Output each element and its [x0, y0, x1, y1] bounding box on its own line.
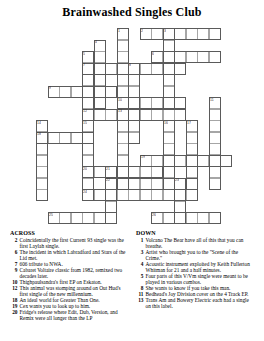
grid-cell[interactable]	[151, 51, 163, 63]
down-clue-column: DOWN 1Volcano The Bear have all of this …	[136, 229, 254, 341]
grid-cell[interactable]	[117, 51, 129, 63]
grid-cell[interactable]	[128, 86, 140, 98]
grid-cell[interactable]	[59, 86, 71, 98]
grid-cell[interactable]	[163, 120, 175, 132]
grid-cell[interactable]	[140, 166, 152, 178]
grid-cell[interactable]	[128, 120, 140, 132]
clue-item: 9Cabaret Voltaire classic from 1982, rem…	[10, 267, 128, 279]
grid-cell[interactable]	[82, 155, 94, 167]
grid-cell[interactable]	[82, 109, 94, 121]
grid-cell[interactable]	[82, 166, 94, 178]
grid-cell[interactable]	[186, 132, 198, 144]
grid-cell[interactable]	[197, 212, 209, 224]
grid-cell[interactable]	[151, 97, 163, 109]
grid-cell[interactable]	[174, 212, 186, 224]
grid-cell[interactable]	[117, 109, 129, 121]
grid-cell[interactable]	[163, 166, 175, 178]
grid-cell[interactable]	[163, 109, 175, 121]
grid-cell[interactable]	[163, 189, 175, 201]
grid-cell[interactable]	[209, 51, 221, 63]
grid-cell[interactable]	[94, 97, 106, 109]
clue-item: 13Trans Am and Bowery Electric each had …	[136, 297, 254, 309]
clue-number: 12	[10, 285, 20, 297]
grid-cell[interactable]	[82, 51, 94, 63]
grid-cell[interactable]	[117, 189, 129, 201]
grid-cell[interactable]	[209, 212, 221, 224]
grid-cell[interactable]	[105, 201, 117, 213]
grid-cell[interactable]	[36, 166, 48, 178]
grid-cell[interactable]	[209, 155, 221, 167]
grid-cell[interactable]	[48, 212, 60, 224]
grid-cell[interactable]	[128, 132, 140, 144]
grid-cell[interactable]	[82, 189, 94, 201]
clue-number: 4	[136, 261, 146, 273]
grid-cell[interactable]	[82, 178, 94, 190]
grid-cell[interactable]	[117, 74, 129, 86]
grid-cell[interactable]	[151, 212, 163, 224]
grid-cell[interactable]	[197, 51, 209, 63]
grid-cell[interactable]	[94, 189, 106, 201]
clue-item: 1Volcano The Bear have all of this that …	[136, 237, 254, 249]
grid-cell[interactable]	[48, 86, 60, 98]
clue-text: Cabaret Voltaire classic from 1982, remi…	[20, 267, 129, 279]
grid-cell[interactable]	[128, 97, 140, 109]
grid-cell[interactable]	[174, 51, 186, 63]
clue-item: 20Fridge's release where Edit, Dub, Vers…	[10, 309, 128, 321]
grid-cell[interactable]	[117, 28, 129, 40]
grid-cell[interactable]	[71, 212, 83, 224]
grid-cell[interactable]	[36, 189, 48, 201]
grid-cell[interactable]	[209, 28, 221, 40]
grid-cell[interactable]	[82, 86, 94, 98]
grid-cell[interactable]	[174, 109, 186, 121]
grid-cell[interactable]	[94, 40, 106, 52]
grid-cell[interactable]	[140, 97, 152, 109]
clues-section: ACROSS 2Coincidentally the first Current…	[10, 229, 254, 341]
grid-cell[interactable]	[163, 86, 175, 98]
grid-cell[interactable]	[163, 51, 175, 63]
grid-cell[interactable]	[186, 143, 198, 155]
grid-cell[interactable]	[140, 28, 152, 40]
clue-text: The incident in which Labradford and Sta…	[20, 249, 129, 261]
grid-cell[interactable]	[174, 178, 186, 190]
grid-cell[interactable]	[174, 155, 186, 167]
grid-cell[interactable]	[140, 155, 152, 167]
grid-cell[interactable]	[117, 178, 129, 190]
grid-cell[interactable]	[36, 143, 48, 155]
grid-cell[interactable]	[128, 63, 140, 75]
grid-cell[interactable]	[94, 63, 106, 75]
grid-cell[interactable]	[82, 143, 94, 155]
grid-cell[interactable]	[82, 63, 94, 75]
clue-item: 4Acoustic instrument exploited by Keith …	[136, 261, 254, 273]
clue-number: 9	[10, 267, 20, 279]
grid-cell[interactable]	[94, 86, 106, 98]
clue-item: 3Artist who brought you to the "Scene of…	[136, 249, 254, 261]
grid-cell[interactable]	[220, 155, 232, 167]
grid-cell[interactable]	[163, 178, 175, 190]
grid-cell[interactable]	[163, 155, 175, 167]
across-clue-column: ACROSS 2Coincidentally the first Current…	[10, 229, 128, 341]
grid-cell[interactable]	[94, 51, 106, 63]
grid-cell[interactable]	[94, 74, 106, 86]
grid-cell[interactable]	[151, 63, 163, 75]
grid-cell[interactable]	[151, 178, 163, 190]
grid-cell[interactable]	[163, 28, 175, 40]
grid-cell[interactable]	[59, 132, 71, 144]
page-title: Brainwashed Singles Club	[0, 5, 264, 20]
grid-cell[interactable]	[151, 189, 163, 201]
grid-cell[interactable]	[36, 178, 48, 190]
grid-cell[interactable]	[82, 120, 94, 132]
grid-cell[interactable]	[128, 109, 140, 121]
grid-cell[interactable]	[117, 86, 129, 98]
grid-cell[interactable]	[94, 109, 106, 121]
grid-cell[interactable]	[174, 28, 186, 40]
grid-cell[interactable]	[128, 166, 140, 178]
grid-cell[interactable]	[128, 74, 140, 86]
grid-cell[interactable]	[94, 212, 106, 224]
clue-item: 12This animal was stomping around on Out…	[10, 285, 128, 297]
grid-cell[interactable]	[209, 109, 221, 121]
grid-cell[interactable]	[174, 201, 186, 213]
grid-cell[interactable]	[105, 109, 117, 121]
grid-cell[interactable]	[82, 132, 94, 144]
grid-cell[interactable]	[117, 63, 129, 75]
grid-cell[interactable]	[59, 212, 71, 224]
grid-cell[interactable]	[140, 178, 152, 190]
grid-cell[interactable]	[71, 132, 83, 144]
grid-cell[interactable]	[117, 120, 129, 132]
across-clue-list: 2Coincidentally the first Current 93 sin…	[10, 237, 128, 321]
grid-cell[interactable]	[163, 212, 175, 224]
clue-text: Fridge's release where Edit, Dub, Versio…	[20, 309, 129, 321]
grid-cell[interactable]	[209, 97, 221, 109]
grid-cell[interactable]	[197, 155, 209, 167]
grid-cell[interactable]	[36, 155, 48, 167]
grid-cell[interactable]	[140, 109, 152, 121]
grid-cell[interactable]	[151, 28, 163, 40]
grid-cell[interactable]	[117, 132, 129, 144]
grid-cell[interactable]	[186, 166, 198, 178]
clue-item: 5Four parts of this V/Vm single were mea…	[136, 273, 254, 285]
grid-cell[interactable]	[105, 189, 117, 201]
grid-cell[interactable]	[105, 63, 117, 75]
grid-cell[interactable]	[186, 189, 198, 201]
grid-cell[interactable]	[197, 28, 209, 40]
grid-cell[interactable]	[117, 40, 129, 52]
grid-cell[interactable]	[36, 120, 48, 132]
grid-cell[interactable]	[82, 74, 94, 86]
grid-cell[interactable]	[186, 120, 198, 132]
clue-item: 6The incident in which Labradford and St…	[10, 249, 128, 261]
clue-text: Volcano The Bear have all of this that y…	[146, 237, 255, 249]
grid-cell[interactable]	[117, 97, 129, 109]
clue-number: 20	[10, 309, 20, 321]
grid-cell[interactable]	[105, 212, 117, 224]
grid-cell[interactable]	[163, 143, 175, 155]
grid-cell[interactable]	[151, 166, 163, 178]
grid-cell[interactable]	[209, 178, 221, 190]
grid-cell[interactable]	[186, 178, 198, 190]
clue-text: Acoustic instrument exploited by Keith F…	[146, 261, 255, 273]
grid-cell[interactable]	[186, 155, 198, 167]
grid-cell[interactable]	[94, 166, 106, 178]
clue-item: 2Coincidentally the first Current 93 sin…	[10, 237, 128, 249]
clue-number: 1	[136, 237, 146, 249]
grid-cell[interactable]	[140, 189, 152, 201]
clue-text: This animal was stomping around on Out H…	[20, 285, 129, 297]
clue-text: Trans Am and Bowery Electric each had a …	[146, 297, 255, 309]
clue-number: 13	[136, 297, 146, 309]
grid-cell[interactable]	[71, 86, 83, 98]
clue-text: Coincidentally the first Current 93 sing…	[20, 237, 129, 249]
crossword-grid: 1234567891011121314151617181920212223242…	[36, 28, 232, 224]
grid-cell[interactable]	[151, 155, 163, 167]
puzzle-page: Brainwashed Singles Club 123456789101112…	[0, 0, 264, 341]
grid-cell[interactable]	[128, 189, 140, 201]
grid-cell[interactable]	[151, 109, 163, 121]
grid-cell[interactable]	[186, 28, 198, 40]
grid-cell[interactable]	[128, 178, 140, 190]
clue-number: 3	[136, 249, 146, 261]
grid-cell[interactable]	[163, 74, 175, 86]
grid-cell[interactable]	[105, 86, 117, 98]
grid-cell[interactable]	[48, 132, 60, 144]
grid-cell[interactable]	[186, 51, 198, 63]
grid-cell[interactable]	[209, 120, 221, 132]
grid-cell[interactable]	[163, 132, 175, 144]
clue-number: 2	[10, 237, 20, 249]
grid-cell[interactable]	[82, 97, 94, 109]
down-header: DOWN	[136, 229, 254, 237]
across-header: ACROSS	[10, 229, 128, 237]
grid-cell[interactable]	[209, 132, 221, 144]
grid-cell[interactable]	[117, 166, 129, 178]
clue-text: Artist who brought you to the "Scene of …	[146, 249, 255, 261]
grid-cell[interactable]	[117, 143, 129, 155]
grid-cell[interactable]	[174, 189, 186, 201]
grid-cell[interactable]	[105, 166, 117, 178]
grid-cell[interactable]	[186, 212, 198, 224]
grid-cell[interactable]	[36, 132, 48, 144]
grid-cell[interactable]	[174, 97, 186, 109]
grid-cell[interactable]	[82, 212, 94, 224]
down-clue-list: 1Volcano The Bear have all of this that …	[136, 237, 254, 309]
grid-cell[interactable]	[174, 63, 186, 75]
clue-text: Four parts of this V/Vm single were mean…	[146, 273, 255, 285]
grid-cell[interactable]	[163, 63, 175, 75]
grid-cell[interactable]	[117, 155, 129, 167]
grid-cell[interactable]	[163, 40, 175, 52]
grid-cell[interactable]	[209, 166, 221, 178]
grid-cell[interactable]	[105, 178, 117, 190]
clue-number: 5	[136, 273, 146, 285]
grid-cell[interactable]	[209, 143, 221, 155]
grid-cell[interactable]	[163, 97, 175, 109]
clue-number: 6	[10, 249, 20, 261]
grid-cell[interactable]	[140, 63, 152, 75]
